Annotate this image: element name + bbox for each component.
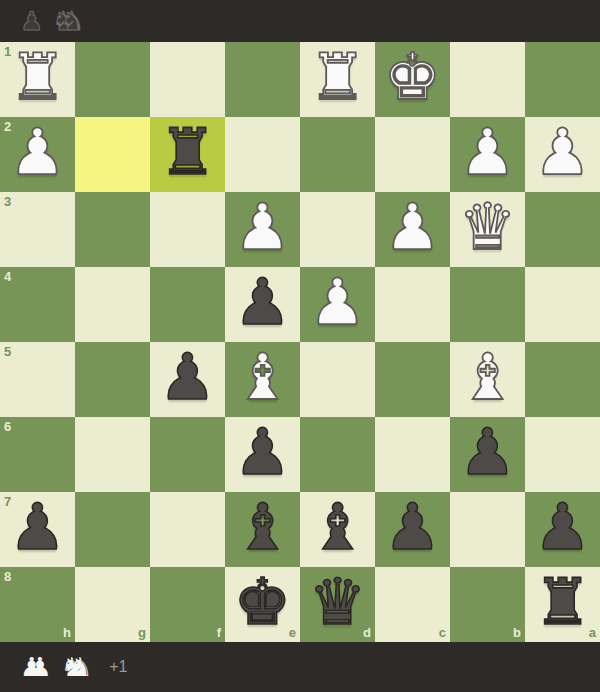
piece-white-pawn-c3[interactable]: ♟: [384, 190, 441, 265]
piece-black-pawn-f5[interactable]: ♟: [159, 340, 216, 415]
top-captured-tray: ♟♞♞: [20, 8, 93, 34]
square-f1[interactable]: [150, 42, 225, 117]
square-g7[interactable]: [75, 492, 150, 567]
square-b4[interactable]: [450, 267, 525, 342]
square-c6[interactable]: [375, 417, 450, 492]
square-a1[interactable]: [525, 42, 600, 117]
piece-white-king-c1[interactable]: ♚: [384, 40, 441, 115]
piece-black-pawn-c7[interactable]: ♟: [384, 490, 441, 565]
rank-label-8: 8: [4, 570, 11, 583]
piece-black-pawn-e4[interactable]: ♟: [234, 265, 291, 340]
piece-black-pawn-b6[interactable]: ♟: [459, 415, 516, 490]
rank-label-3: 3: [4, 195, 11, 208]
square-d4[interactable]: ♟: [300, 267, 375, 342]
board[interactable]: 1♜♜♚2♟♜♟♟3♟♟♛4♟♟5♟♝♝6♟♟7♟♝♝♟♟8hgfe♚d♛cba…: [0, 42, 600, 642]
square-a4[interactable]: [525, 267, 600, 342]
square-f2[interactable]: ♜: [150, 117, 225, 192]
square-a2[interactable]: ♟: [525, 117, 600, 192]
square-c4[interactable]: [375, 267, 450, 342]
rank-label-5: 5: [4, 345, 11, 358]
material-score: +1: [109, 658, 127, 676]
square-h5[interactable]: 5: [0, 342, 75, 417]
square-g5[interactable]: [75, 342, 150, 417]
square-c8[interactable]: c: [375, 567, 450, 642]
piece-white-queen-b3[interactable]: ♛: [459, 190, 516, 265]
square-a7[interactable]: ♟: [525, 492, 600, 567]
piece-white-pawn-a2[interactable]: ♟: [534, 115, 591, 190]
piece-black-bishop-d7[interactable]: ♝: [309, 490, 366, 565]
square-g6[interactable]: [75, 417, 150, 492]
top-player-bar: ♟♞♞: [0, 0, 600, 42]
square-g1[interactable]: [75, 42, 150, 117]
square-g4[interactable]: [75, 267, 150, 342]
file-label-f: f: [217, 626, 221, 639]
square-h7[interactable]: 7♟: [0, 492, 75, 567]
piece-black-pawn-e6[interactable]: ♟: [234, 415, 291, 490]
file-label-c: c: [439, 626, 446, 639]
square-e8[interactable]: e♚: [225, 567, 300, 642]
square-g2[interactable]: [75, 117, 150, 192]
square-f6[interactable]: [150, 417, 225, 492]
rank-label-6: 6: [4, 420, 11, 433]
captured-white-pawn-icon: ♟: [28, 654, 51, 680]
square-c3[interactable]: ♟: [375, 192, 450, 267]
square-b2[interactable]: ♟: [450, 117, 525, 192]
captured-black-pawn-group: ♟: [20, 8, 43, 34]
piece-black-rook-f2[interactable]: ♜: [159, 115, 216, 190]
square-f7[interactable]: [150, 492, 225, 567]
square-d5[interactable]: [300, 342, 375, 417]
captured-black-knight-icon: ♞: [61, 8, 84, 34]
square-g3[interactable]: [75, 192, 150, 267]
piece-black-rook-a8[interactable]: ♜: [534, 565, 591, 640]
piece-black-bishop-e7[interactable]: ♝: [234, 490, 291, 565]
bottom-captured-tray: ♟♟♞♞: [20, 654, 101, 680]
square-d6[interactable]: [300, 417, 375, 492]
piece-black-king-e8[interactable]: ♚: [234, 565, 291, 640]
square-b5[interactable]: ♝: [450, 342, 525, 417]
piece-black-queen-d8[interactable]: ♛: [309, 565, 366, 640]
piece-black-pawn-a7[interactable]: ♟: [534, 490, 591, 565]
square-f3[interactable]: [150, 192, 225, 267]
piece-white-rook-d1[interactable]: ♜: [309, 40, 366, 115]
square-e7[interactable]: ♝: [225, 492, 300, 567]
square-e2[interactable]: [225, 117, 300, 192]
square-d3[interactable]: [300, 192, 375, 267]
square-g8[interactable]: g: [75, 567, 150, 642]
square-b8[interactable]: b: [450, 567, 525, 642]
square-a8[interactable]: a♜: [525, 567, 600, 642]
piece-white-pawn-e3[interactable]: ♟: [234, 190, 291, 265]
square-e1[interactable]: [225, 42, 300, 117]
captured-black-knight-group: ♞♞: [52, 8, 84, 34]
rank-label-4: 4: [4, 270, 11, 283]
square-f4[interactable]: [150, 267, 225, 342]
square-c2[interactable]: [375, 117, 450, 192]
square-c5[interactable]: [375, 342, 450, 417]
chess-app: ♟♞♞ 1♜♜♚2♟♜♟♟3♟♟♛4♟♟5♟♝♝6♟♟7♟♝♝♟♟8hgfe♚d…: [0, 0, 600, 692]
square-e6[interactable]: ♟: [225, 417, 300, 492]
square-h1[interactable]: 1♜: [0, 42, 75, 117]
square-d1[interactable]: ♜: [300, 42, 375, 117]
captured-black-pawn-icon: ♟: [20, 8, 43, 34]
piece-white-pawn-h2[interactable]: ♟: [9, 115, 66, 190]
square-b1[interactable]: [450, 42, 525, 117]
piece-white-rook-h1[interactable]: ♜: [9, 40, 66, 115]
square-c7[interactable]: ♟: [375, 492, 450, 567]
square-f8[interactable]: f: [150, 567, 225, 642]
square-h3[interactable]: 3: [0, 192, 75, 267]
square-h4[interactable]: 4: [0, 267, 75, 342]
piece-black-pawn-h7[interactable]: ♟: [9, 490, 66, 565]
piece-white-bishop-e5[interactable]: ♝: [234, 340, 291, 415]
square-b6[interactable]: ♟: [450, 417, 525, 492]
square-d2[interactable]: [300, 117, 375, 192]
square-a6[interactable]: [525, 417, 600, 492]
square-a3[interactable]: [525, 192, 600, 267]
captured-white-knight-group: ♞♞: [61, 654, 93, 680]
square-c1[interactable]: ♚: [375, 42, 450, 117]
square-b7[interactable]: [450, 492, 525, 567]
square-h8[interactable]: 8h: [0, 567, 75, 642]
square-e4[interactable]: ♟: [225, 267, 300, 342]
square-e5[interactable]: ♝: [225, 342, 300, 417]
piece-white-pawn-d4[interactable]: ♟: [309, 265, 366, 340]
square-d7[interactable]: ♝: [300, 492, 375, 567]
file-label-b: b: [513, 626, 521, 639]
bottom-player-bar: ♟♟♞♞ +1: [0, 642, 600, 692]
square-h6[interactable]: 6: [0, 417, 75, 492]
square-e3[interactable]: ♟: [225, 192, 300, 267]
square-d8[interactable]: d♛: [300, 567, 375, 642]
square-a5[interactable]: [525, 342, 600, 417]
piece-white-pawn-b2[interactable]: ♟: [459, 115, 516, 190]
square-b3[interactable]: ♛: [450, 192, 525, 267]
file-label-g: g: [138, 626, 146, 639]
file-label-h: h: [63, 626, 71, 639]
captured-white-pawn-group: ♟♟: [20, 654, 52, 680]
piece-white-bishop-b5[interactable]: ♝: [459, 340, 516, 415]
square-f5[interactable]: ♟: [150, 342, 225, 417]
captured-white-knight-icon: ♞: [69, 654, 92, 680]
square-h2[interactable]: 2♟: [0, 117, 75, 192]
